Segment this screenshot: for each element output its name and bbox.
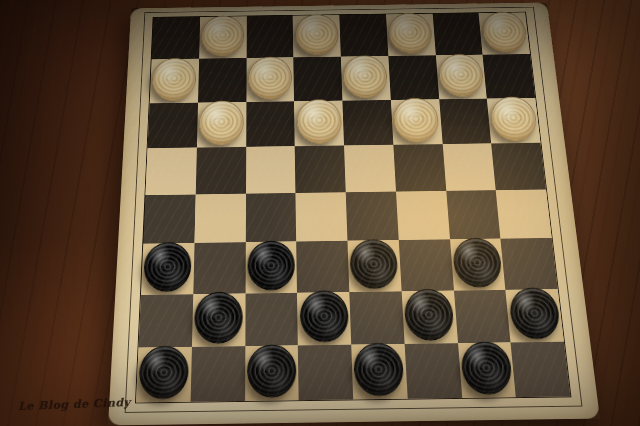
square-f1: [404, 343, 461, 399]
piece-black-man: ⛂: [194, 292, 243, 344]
piece-white-man: ⛀: [296, 99, 342, 143]
piece-white-man: ⛀: [481, 11, 528, 52]
square-e6: [342, 100, 393, 146]
square-h4: [496, 189, 552, 238]
square-h7: [483, 54, 535, 98]
white-man-glyph: ⛀: [449, 64, 473, 86]
square-g8: [432, 13, 483, 56]
black-man-glyph: ⛂: [362, 251, 387, 277]
square-a3: ⛂: [141, 243, 194, 294]
black-man-glyph: ⛂: [464, 249, 490, 274]
square-f6: ⛀: [391, 99, 443, 145]
square-d5: [295, 145, 346, 193]
white-man-glyph: ⛀: [307, 109, 330, 132]
square-c6: [246, 101, 295, 147]
black-man-glyph: ⛂: [259, 252, 283, 278]
square-f2: ⛂: [401, 290, 457, 343]
piece-white-man: ⛀: [295, 14, 339, 55]
square-g3: ⛂: [450, 239, 506, 290]
black-man-glyph: ⛂: [259, 356, 284, 384]
black-man-glyph: ⛂: [156, 253, 181, 279]
square-b2: ⛂: [192, 293, 245, 347]
black-man-glyph: ⛂: [206, 304, 231, 331]
square-c7: ⛀: [246, 58, 294, 102]
piece-white-man: ⛀: [152, 58, 197, 101]
square-a2: [139, 294, 193, 348]
white-man-glyph: ⛀: [163, 68, 186, 90]
checkers-board: ⛀⛀⛀⛀⛀⛀⛀⛀⛀⛀⛀⛀⛂⛂⛂⛂⛂⛂⛂⛂⛂⛂⛂⛂: [108, 3, 600, 426]
square-a4: [143, 194, 195, 243]
square-e2: [349, 291, 404, 345]
square-h1: [511, 341, 571, 397]
square-c8: [246, 16, 293, 59]
piece-black-man: ⛂: [508, 287, 562, 339]
piece-black-man: ⛂: [353, 342, 405, 396]
square-d3: [296, 241, 349, 292]
piece-black-man: ⛂: [143, 242, 192, 292]
piece-white-man: ⛀: [199, 101, 244, 145]
white-man-glyph: ⛀: [259, 66, 281, 88]
square-c5: [246, 146, 296, 194]
black-man-glyph: ⛂: [473, 353, 500, 381]
white-man-glyph: ⛀: [306, 23, 328, 44]
square-b1: [190, 346, 245, 402]
black-man-glyph: ⛂: [151, 358, 177, 386]
square-e7: ⛀: [341, 56, 391, 100]
playing-area: ⛀⛀⛀⛀⛀⛀⛀⛀⛀⛀⛀⛀⛂⛂⛂⛂⛂⛂⛂⛂⛂⛂⛂⛂: [135, 12, 571, 404]
square-d7: [294, 57, 343, 101]
piece-black-man: ⛂: [138, 345, 189, 399]
square-h6: ⛀: [487, 98, 540, 144]
photo: ⛀⛀⛀⛀⛀⛀⛀⛀⛀⛀⛀⛀⛂⛂⛂⛂⛂⛂⛂⛂⛂⛂⛂⛂ Le Blog de Cind…: [0, 0, 640, 426]
square-a1: ⛂: [136, 347, 192, 403]
square-a6: [148, 102, 198, 148]
piece-black-man: ⛂: [247, 240, 295, 290]
square-f3: [399, 240, 454, 291]
piece-black-man: ⛂: [350, 239, 400, 289]
square-g2: [453, 289, 510, 342]
square-e3: ⛂: [347, 240, 401, 291]
square-b8: ⛀: [199, 16, 247, 59]
square-c3: ⛂: [245, 242, 297, 293]
black-man-glyph: ⛂: [521, 299, 548, 326]
square-g1: ⛂: [458, 342, 517, 398]
piece-white-man: ⛀: [248, 56, 292, 99]
black-man-glyph: ⛂: [366, 355, 392, 383]
square-e8: [339, 14, 388, 57]
square-a5: [145, 147, 196, 195]
black-man-glyph: ⛂: [416, 301, 442, 328]
square-a7: ⛀: [150, 59, 199, 103]
piece-white-man: ⛀: [388, 13, 434, 54]
square-d1: [298, 344, 353, 400]
white-man-glyph: ⛀: [212, 25, 234, 46]
white-man-glyph: ⛀: [399, 22, 422, 43]
square-b5: [196, 147, 246, 195]
square-e1: ⛂: [351, 344, 407, 400]
square-e5: [344, 145, 396, 193]
white-man-glyph: ⛀: [501, 107, 526, 130]
square-d8: ⛀: [293, 15, 341, 58]
square-b6: ⛀: [197, 102, 246, 148]
square-c4: [245, 193, 296, 242]
square-b3: [193, 242, 245, 293]
piece-white-man: ⛀: [437, 54, 484, 97]
square-b4: [194, 194, 245, 243]
piece-black-man: ⛂: [247, 344, 297, 398]
square-c1: ⛂: [245, 345, 299, 401]
square-d2: ⛂: [297, 292, 351, 346]
piece-black-man: ⛂: [299, 290, 349, 342]
piece-white-man: ⛀: [201, 15, 245, 56]
piece-black-man: ⛂: [460, 341, 514, 395]
piece-white-man: ⛀: [489, 97, 538, 141]
square-g6: [439, 98, 492, 144]
square-b7: [198, 58, 246, 102]
white-man-glyph: ⛀: [210, 111, 233, 134]
white-man-glyph: ⛀: [492, 21, 516, 42]
black-man-glyph: ⛂: [312, 302, 337, 329]
square-g4: [446, 190, 501, 239]
square-h2: ⛂: [506, 289, 564, 342]
piece-black-man: ⛂: [403, 289, 455, 341]
square-h8: ⛀: [479, 12, 530, 54]
square-a8: [152, 17, 200, 60]
white-man-glyph: ⛀: [354, 65, 377, 87]
square-g7: ⛀: [435, 55, 487, 99]
piece-white-man: ⛀: [343, 55, 389, 98]
piece-black-man: ⛂: [452, 238, 504, 288]
square-c2: [245, 292, 298, 346]
square-e4: [346, 192, 399, 241]
square-d6: ⛀: [294, 100, 344, 146]
piece-white-man: ⛀: [393, 98, 440, 142]
square-g5: [442, 143, 496, 191]
square-h3: [501, 238, 558, 289]
white-man-glyph: ⛀: [404, 108, 428, 131]
square-f5: [393, 144, 446, 192]
square-f4: [396, 191, 450, 240]
square-d4: [296, 192, 348, 241]
square-f7: [388, 56, 439, 100]
square-h5: [491, 143, 546, 191]
square-f8: ⛀: [386, 14, 436, 57]
